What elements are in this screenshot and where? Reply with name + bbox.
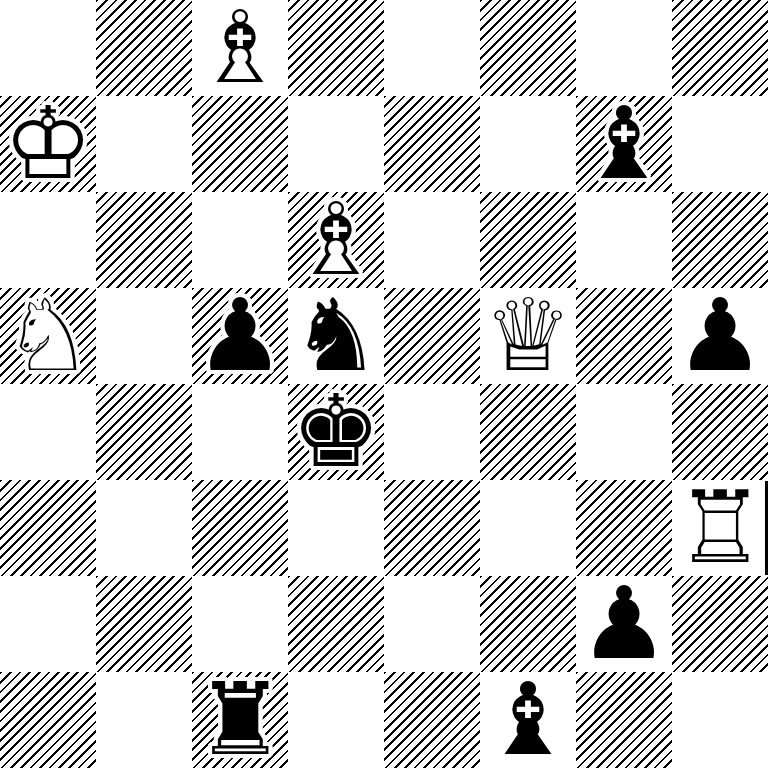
- square-e8[interactable]: [384, 0, 480, 96]
- piece-black-knight-d5[interactable]: ♞♞: [288, 288, 384, 384]
- black-pawn-glyph: ♟: [192, 288, 288, 384]
- square-b8[interactable]: [96, 0, 192, 96]
- square-c6[interactable]: [192, 192, 288, 288]
- square-g6[interactable]: [576, 192, 672, 288]
- black-rook-glyph: ♜: [192, 672, 288, 768]
- piece-white-queen-f5[interactable]: ♛♕: [480, 288, 576, 384]
- piece-black-pawn-g2[interactable]: ♟♟: [576, 576, 672, 672]
- white-rook-glyph: ♖: [672, 480, 768, 576]
- black-king-glyph: ♚: [288, 384, 384, 480]
- square-c8[interactable]: ♝♗: [192, 0, 288, 96]
- piece-black-rook-c1[interactable]: ♜♜: [192, 672, 288, 768]
- square-f1[interactable]: ♝♝: [480, 672, 576, 768]
- piece-black-bishop-g7[interactable]: ♝♝: [576, 96, 672, 192]
- square-a3[interactable]: [0, 480, 96, 576]
- square-b6[interactable]: [96, 192, 192, 288]
- piece-white-rook-h3[interactable]: ♜♖: [672, 480, 768, 576]
- black-bishop-glyph: ♝: [480, 672, 576, 768]
- square-g5[interactable]: [576, 288, 672, 384]
- square-g3[interactable]: [576, 480, 672, 576]
- black-bishop-glyph: ♝: [576, 96, 672, 192]
- square-d8[interactable]: [288, 0, 384, 96]
- piece-black-bishop-f1[interactable]: ♝♝: [480, 672, 576, 768]
- square-e1[interactable]: [384, 672, 480, 768]
- piece-white-bishop-d6[interactable]: ♝♗: [288, 192, 384, 288]
- square-c4[interactable]: [192, 384, 288, 480]
- black-pawn-glyph: ♟: [576, 576, 672, 672]
- square-b3[interactable]: [96, 480, 192, 576]
- black-pawn-glyph: ♟: [672, 288, 768, 384]
- square-b2[interactable]: [96, 576, 192, 672]
- square-c2[interactable]: [192, 576, 288, 672]
- square-e5[interactable]: [384, 288, 480, 384]
- square-h7[interactable]: [672, 96, 768, 192]
- chess-board: ♝♗♚♔♝♝♝♗♞♘♟♟♞♞♛♕♟♟♚♚♜♖♟♟♜♜♝♝: [0, 0, 768, 768]
- square-e2[interactable]: [384, 576, 480, 672]
- square-d1[interactable]: [288, 672, 384, 768]
- square-h4[interactable]: [672, 384, 768, 480]
- square-a6[interactable]: [0, 192, 96, 288]
- square-a1[interactable]: [0, 672, 96, 768]
- square-g7[interactable]: ♝♝: [576, 96, 672, 192]
- square-h2[interactable]: [672, 576, 768, 672]
- white-knight-glyph: ♘: [0, 288, 96, 384]
- square-d7[interactable]: [288, 96, 384, 192]
- piece-white-knight-a5[interactable]: ♞♘: [0, 288, 96, 384]
- piece-white-king-a7[interactable]: ♚♔: [0, 96, 96, 192]
- square-d5[interactable]: ♞♞: [288, 288, 384, 384]
- square-b1[interactable]: [96, 672, 192, 768]
- square-f5[interactable]: ♛♕: [480, 288, 576, 384]
- square-f7[interactable]: [480, 96, 576, 192]
- square-d3[interactable]: [288, 480, 384, 576]
- square-g2[interactable]: ♟♟: [576, 576, 672, 672]
- square-a8[interactable]: [0, 0, 96, 96]
- square-h8[interactable]: [672, 0, 768, 96]
- square-h1[interactable]: [672, 672, 768, 768]
- square-b7[interactable]: [96, 96, 192, 192]
- square-f2[interactable]: [480, 576, 576, 672]
- black-knight-glyph: ♞: [288, 288, 384, 384]
- square-c3[interactable]: [192, 480, 288, 576]
- square-g1[interactable]: [576, 672, 672, 768]
- piece-black-pawn-c5[interactable]: ♟♟: [192, 288, 288, 384]
- square-d2[interactable]: [288, 576, 384, 672]
- piece-black-king-d4[interactable]: ♚♚: [288, 384, 384, 480]
- square-a5[interactable]: ♞♘: [0, 288, 96, 384]
- white-bishop-glyph: ♗: [192, 0, 288, 96]
- square-c1[interactable]: ♜♜: [192, 672, 288, 768]
- square-b4[interactable]: [96, 384, 192, 480]
- square-h5[interactable]: ♟♟: [672, 288, 768, 384]
- square-e6[interactable]: [384, 192, 480, 288]
- square-f3[interactable]: [480, 480, 576, 576]
- piece-black-pawn-h5[interactable]: ♟♟: [672, 288, 768, 384]
- square-e3[interactable]: [384, 480, 480, 576]
- square-h3[interactable]: ♜♖: [672, 480, 768, 576]
- square-a2[interactable]: [0, 576, 96, 672]
- square-e4[interactable]: [384, 384, 480, 480]
- square-a7[interactable]: ♚♔: [0, 96, 96, 192]
- square-b5[interactable]: [96, 288, 192, 384]
- square-c5[interactable]: ♟♟: [192, 288, 288, 384]
- white-queen-glyph: ♕: [480, 288, 576, 384]
- square-f6[interactable]: [480, 192, 576, 288]
- square-d6[interactable]: ♝♗: [288, 192, 384, 288]
- square-c7[interactable]: [192, 96, 288, 192]
- white-bishop-glyph: ♗: [288, 192, 384, 288]
- square-d4[interactable]: ♚♚: [288, 384, 384, 480]
- square-g8[interactable]: [576, 0, 672, 96]
- square-g4[interactable]: [576, 384, 672, 480]
- square-f8[interactable]: [480, 0, 576, 96]
- square-f4[interactable]: [480, 384, 576, 480]
- white-king-glyph: ♔: [0, 96, 96, 192]
- square-a4[interactable]: [0, 384, 96, 480]
- square-h6[interactable]: [672, 192, 768, 288]
- piece-white-bishop-c8[interactable]: ♝♗: [192, 0, 288, 96]
- square-e7[interactable]: [384, 96, 480, 192]
